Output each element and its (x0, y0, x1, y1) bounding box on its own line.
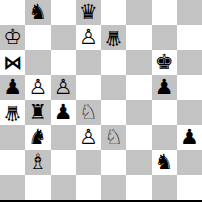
board-grid: ♞♛♔♙♛⋈♚♟♙♙♟♛♜♟♘♞♙♘♟♗♞ (0, 0, 202, 200)
square-c1[interactable] (51, 175, 76, 200)
square-a8[interactable] (0, 0, 25, 25)
black-pawn: ♟ (3, 77, 22, 98)
square-c2[interactable] (51, 150, 76, 175)
white-knight: ♘ (104, 127, 123, 148)
square-a3[interactable] (0, 125, 25, 150)
square-e5[interactable] (101, 75, 126, 100)
square-e8[interactable] (101, 0, 126, 25)
black-pawn: ♟ (180, 127, 199, 148)
square-h3[interactable]: ♟ (177, 125, 202, 150)
square-a7[interactable]: ♔ (0, 25, 25, 50)
square-c6[interactable] (51, 50, 76, 75)
square-g7[interactable] (152, 25, 177, 50)
square-a6[interactable]: ⋈ (0, 50, 25, 75)
square-f7[interactable] (126, 25, 151, 50)
square-h6[interactable] (177, 50, 202, 75)
square-c4[interactable]: ♟ (51, 100, 76, 125)
square-b8[interactable]: ♞ (25, 0, 50, 25)
square-g1[interactable] (152, 175, 177, 200)
square-f4[interactable] (126, 100, 151, 125)
square-g3[interactable] (152, 125, 177, 150)
black-rook: ♜ (28, 102, 47, 123)
square-b6[interactable] (25, 50, 50, 75)
square-f5[interactable] (126, 75, 151, 100)
black-grasshopper-inverted-queen: ♛ (3, 102, 22, 123)
square-b3[interactable]: ♞ (25, 125, 50, 150)
white-bishop: ♗ (28, 152, 47, 173)
square-h1[interactable] (177, 175, 202, 200)
square-e4[interactable] (101, 100, 126, 125)
square-e1[interactable] (101, 175, 126, 200)
square-b7[interactable] (25, 25, 50, 50)
square-d4[interactable]: ♘ (76, 100, 101, 125)
white-pawn: ♙ (54, 77, 73, 98)
square-d3[interactable]: ♙ (76, 125, 101, 150)
black-pawn: ♟ (155, 77, 174, 98)
square-d6[interactable] (76, 50, 101, 75)
black-grasshopper-inverted-queen: ♛ (104, 27, 123, 48)
square-c3[interactable] (51, 125, 76, 150)
black-nightrider-rotated-knight: ♞ (28, 127, 47, 148)
white-king: ♔ (3, 27, 22, 48)
square-a4[interactable]: ♛ (0, 100, 25, 125)
white-pawn: ♙ (79, 27, 98, 48)
square-g5[interactable]: ♟ (152, 75, 177, 100)
square-f6[interactable] (126, 50, 151, 75)
square-e3[interactable]: ♘ (101, 125, 126, 150)
white-fairy-bowtie-piece: ⋈ (3, 53, 22, 72)
square-b2[interactable]: ♗ (25, 150, 50, 175)
square-h4[interactable] (177, 100, 202, 125)
black-pawn: ♟ (54, 102, 73, 123)
black-king: ♚ (155, 52, 174, 73)
chessboard: ♞♛♔♙♛⋈♚♟♙♙♟♛♜♟♘♞♙♘♟♗♞ (0, 0, 202, 202)
white-knight: ♘ (79, 102, 98, 123)
square-f3[interactable] (126, 125, 151, 150)
square-d2[interactable] (76, 150, 101, 175)
square-f1[interactable] (126, 175, 151, 200)
square-b1[interactable] (25, 175, 50, 200)
square-d8[interactable]: ♛ (76, 0, 101, 25)
square-h5[interactable] (177, 75, 202, 100)
square-h8[interactable] (177, 0, 202, 25)
square-a2[interactable] (0, 150, 25, 175)
square-c8[interactable] (51, 0, 76, 25)
black-knight: ♞ (155, 152, 174, 173)
square-a5[interactable]: ♟ (0, 75, 25, 100)
square-h7[interactable] (177, 25, 202, 50)
square-e7[interactable]: ♛ (101, 25, 126, 50)
white-pawn: ♙ (79, 127, 98, 148)
white-pawn: ♙ (28, 77, 47, 98)
square-e6[interactable] (101, 50, 126, 75)
square-d1[interactable] (76, 175, 101, 200)
square-f2[interactable] (126, 150, 151, 175)
square-d5[interactable] (76, 75, 101, 100)
square-b5[interactable]: ♙ (25, 75, 50, 100)
square-h2[interactable] (177, 150, 202, 175)
square-g6[interactable]: ♚ (152, 50, 177, 75)
square-f8[interactable] (126, 0, 151, 25)
square-c5[interactable]: ♙ (51, 75, 76, 100)
square-g8[interactable] (152, 0, 177, 25)
square-c7[interactable] (51, 25, 76, 50)
black-queen: ♛ (79, 2, 98, 23)
square-e2[interactable] (101, 150, 126, 175)
square-b4[interactable]: ♜ (25, 100, 50, 125)
square-g2[interactable]: ♞ (152, 150, 177, 175)
square-d7[interactable]: ♙ (76, 25, 101, 50)
square-g4[interactable] (152, 100, 177, 125)
black-knight: ♞ (28, 2, 47, 23)
square-a1[interactable] (0, 175, 25, 200)
